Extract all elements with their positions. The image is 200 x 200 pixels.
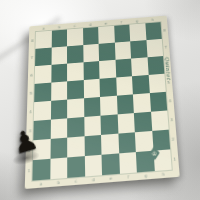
square-b4 xyxy=(50,100,67,120)
coordinate-label: c xyxy=(67,22,83,29)
square-f2 xyxy=(118,132,136,153)
square-c3 xyxy=(67,117,84,138)
coordinate-label: 3 xyxy=(167,110,176,130)
coordinate-label: f xyxy=(119,172,137,181)
coordinate-label: d xyxy=(83,21,99,28)
square-c5 xyxy=(67,80,83,100)
coordinate-label: 2 xyxy=(169,129,178,149)
square-f3 xyxy=(117,113,135,134)
maker-logo: ♔ xyxy=(145,143,163,164)
square-e5 xyxy=(100,78,117,97)
square-b7 xyxy=(51,46,67,65)
square-g3 xyxy=(134,112,152,133)
square-c2 xyxy=(67,136,84,157)
chessboard: abcdefgh abcdefgh 87654321 87654321 ♔ Qu… xyxy=(25,16,180,189)
square-h4 xyxy=(149,92,167,112)
square-d5 xyxy=(83,79,100,98)
coordinate-label: a xyxy=(36,25,52,32)
square-a5 xyxy=(34,83,51,103)
square-e1 xyxy=(102,153,120,175)
square-b2 xyxy=(50,138,67,159)
square-c4 xyxy=(67,98,84,118)
coordinate-label: f xyxy=(114,19,130,26)
coordinate-label: 7 xyxy=(28,49,35,67)
square-f1 xyxy=(119,152,137,174)
coordinate-label: 1 xyxy=(170,149,179,170)
square-d3 xyxy=(84,116,101,137)
square-f5 xyxy=(116,76,133,95)
square-f7 xyxy=(114,41,131,59)
coordinate-label: 7 xyxy=(162,38,170,56)
coordinate-label: 5 xyxy=(27,84,34,103)
square-f6 xyxy=(115,59,132,78)
coordinate-label: c xyxy=(67,177,85,186)
square-e3 xyxy=(100,114,117,135)
square-a7 xyxy=(35,48,51,67)
square-f8 xyxy=(114,25,130,43)
square-d7 xyxy=(83,44,99,62)
square-h5 xyxy=(148,74,166,93)
square-a4 xyxy=(34,101,51,121)
coordinate-label: g xyxy=(129,17,145,24)
square-e4 xyxy=(100,96,117,116)
square-d8 xyxy=(83,27,99,45)
square-c8 xyxy=(67,28,83,46)
photo-of-chessboard: abcdefgh abcdefgh 87654321 87654321 ♔ Qu… xyxy=(0,0,200,200)
square-g7 xyxy=(130,40,147,58)
coordinate-label: g xyxy=(137,171,155,180)
coordinate-label: a xyxy=(32,179,50,188)
square-h7 xyxy=(146,39,163,57)
square-g5 xyxy=(132,75,149,94)
square-a6 xyxy=(35,65,51,84)
square-d4 xyxy=(84,97,101,117)
square-b5 xyxy=(51,81,67,101)
square-g6 xyxy=(131,57,148,76)
square-g4 xyxy=(133,93,151,113)
square-b6 xyxy=(51,64,67,83)
coordinate-label: 4 xyxy=(166,91,174,110)
square-d2 xyxy=(84,135,101,156)
square-c7 xyxy=(67,45,83,64)
square-g8 xyxy=(129,23,146,41)
coordinate-label: 6 xyxy=(28,66,35,84)
square-c1 xyxy=(67,156,84,178)
square-h3 xyxy=(151,110,169,131)
coordinate-label: e xyxy=(102,174,120,183)
coordinate-label: 8 xyxy=(29,32,36,49)
coordinate-label: d xyxy=(85,175,103,184)
square-d1 xyxy=(84,155,102,177)
square-h8 xyxy=(145,22,162,40)
logo-glyph: ♔ xyxy=(151,150,157,157)
playing-area: ♔ xyxy=(32,22,171,180)
square-b8 xyxy=(51,30,67,48)
coordinate-label: e xyxy=(98,20,114,27)
square-a1 xyxy=(32,159,50,181)
square-e7 xyxy=(99,43,115,61)
coordinate-label: b xyxy=(51,23,67,30)
coordinate-label: 8 xyxy=(160,22,168,39)
square-d6 xyxy=(83,61,99,80)
square-e8 xyxy=(98,26,114,44)
board-border: abcdefgh abcdefgh 87654321 87654321 ♔ Qu… xyxy=(25,16,180,189)
coordinate-label: h xyxy=(145,16,161,23)
square-a8 xyxy=(35,31,51,49)
square-e6 xyxy=(99,60,116,79)
square-b3 xyxy=(50,118,67,139)
square-b1 xyxy=(50,157,67,179)
coordinate-label: h xyxy=(154,170,172,179)
square-e2 xyxy=(101,134,119,155)
square-c6 xyxy=(67,62,83,81)
square-f4 xyxy=(116,94,133,114)
coordinate-label: b xyxy=(50,178,68,187)
coordinate-label: 4 xyxy=(27,102,35,121)
crown-icon: ♔ xyxy=(149,146,160,161)
square-h6 xyxy=(147,56,164,75)
